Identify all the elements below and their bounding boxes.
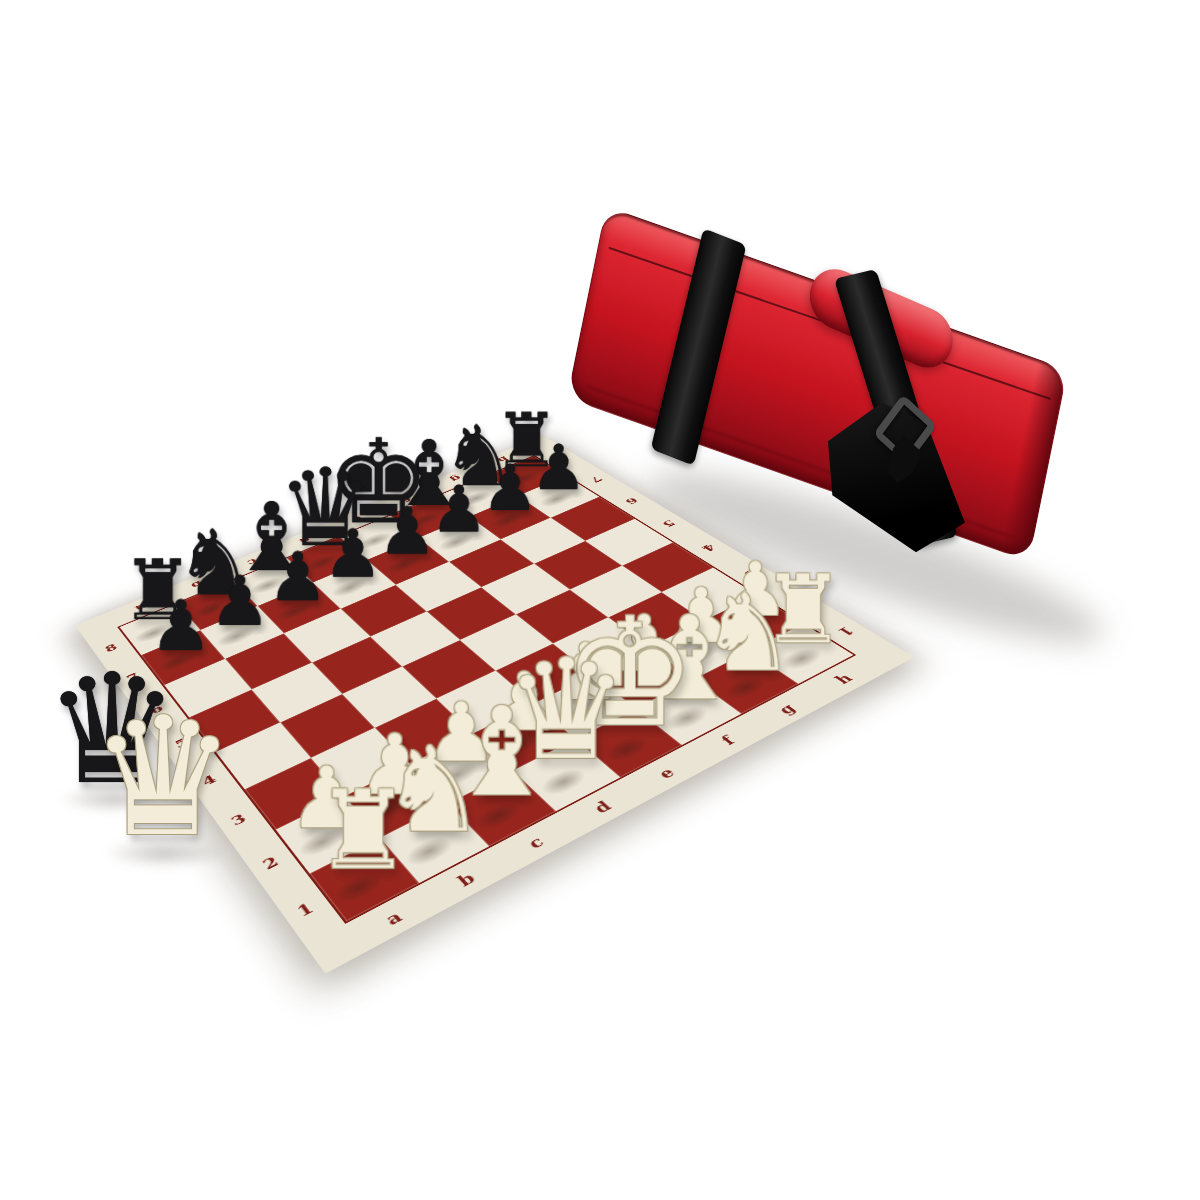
file-label-near-a: a — [383, 909, 405, 928]
rank-label-left-1: 1 — [294, 901, 316, 920]
file-label-near-e: e — [656, 766, 678, 781]
black-pawn-piece: ♟ — [531, 436, 587, 499]
white-rook-piece: ♜ — [315, 777, 412, 885]
file-label-near-g: g — [776, 702, 799, 717]
black-pawn-piece: ♟ — [378, 498, 437, 564]
rank-label-right-7: 7 — [588, 475, 605, 484]
file-label-near-d: d — [591, 799, 614, 816]
bag-handle-strap — [651, 228, 747, 466]
black-pawn-piece: ♟ — [267, 543, 328, 611]
rank-label-right-5: 5 — [660, 519, 678, 529]
rank-label-right-6: 6 — [623, 496, 641, 505]
black-pawn-piece: ♟ — [430, 477, 488, 542]
rank-label-right-4: 4 — [699, 542, 718, 552]
bag-end-fold — [1000, 360, 1067, 560]
file-label-near-f: f — [719, 734, 738, 747]
file-label-near-h: h — [832, 672, 856, 686]
rank-label-left-2: 2 — [260, 854, 281, 872]
black-pawn-piece: ♟ — [323, 520, 383, 587]
black-pawn-piece: ♟ — [481, 456, 538, 520]
file-label-near-c: c — [525, 834, 547, 851]
file-label-near-b: b — [455, 871, 478, 890]
product-photo-scene: { "game": "chess", "scene": "tournament … — [0, 0, 1200, 1200]
black-pawn-piece: ♟ — [209, 567, 271, 636]
extra-white-queen-piece: ♛ — [89, 696, 236, 860]
